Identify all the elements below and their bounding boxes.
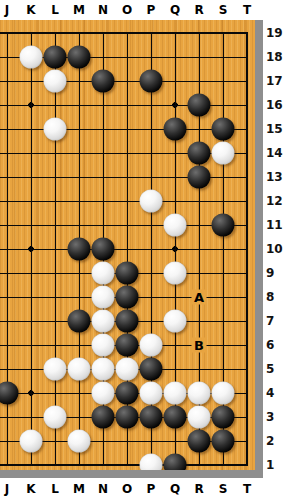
intersection-O9[interactable]: [115, 261, 139, 285]
column-label-top-S: S: [219, 3, 228, 17]
intersection-S18[interactable]: [211, 45, 235, 69]
intersection-R14[interactable]: [187, 141, 211, 165]
intersection-L12[interactable]: [43, 189, 67, 213]
column-label-bottom-N: N: [98, 482, 108, 496]
intersection-N10[interactable]: [91, 237, 115, 261]
intersection-K1[interactable]: [19, 453, 43, 470]
go-board[interactable]: AB: [0, 20, 255, 470]
intersection-L2[interactable]: [43, 429, 67, 453]
intersection-T10[interactable]: [235, 237, 255, 261]
intersection-K9[interactable]: [19, 261, 43, 285]
intersection-Q14[interactable]: [163, 141, 187, 165]
row-label-9: 9: [266, 266, 274, 280]
white-stone[interactable]: [164, 310, 187, 333]
white-stone[interactable]: [92, 358, 115, 381]
black-stone[interactable]: [92, 70, 115, 93]
intersection-K16[interactable]: [19, 93, 43, 117]
intersection-P12[interactable]: [139, 189, 163, 213]
column-label-bottom-O: O: [122, 482, 132, 496]
white-stone[interactable]: [68, 358, 91, 381]
intersection-K13[interactable]: [19, 165, 43, 189]
intersection-R18[interactable]: [187, 45, 211, 69]
black-stone[interactable]: [116, 286, 139, 309]
black-stone[interactable]: [0, 382, 19, 405]
intersection-P16[interactable]: [139, 93, 163, 117]
intersection-O8[interactable]: [115, 285, 139, 309]
intersection-M5[interactable]: [67, 357, 91, 381]
intersection-T18[interactable]: [235, 45, 255, 69]
column-label-top-L: L: [51, 3, 59, 17]
intersection-J6[interactable]: [0, 333, 19, 357]
intersection-O5[interactable]: [115, 357, 139, 381]
intersection-J18[interactable]: [0, 45, 19, 69]
intersection-N13[interactable]: [91, 165, 115, 189]
board-edge-right: [255, 20, 263, 478]
intersection-R3[interactable]: [187, 405, 211, 429]
white-stone[interactable]: [44, 118, 67, 141]
row-label-14: 14: [266, 146, 283, 160]
intersection-R15[interactable]: [187, 117, 211, 141]
intersection-S15[interactable]: [211, 117, 235, 141]
intersection-T13[interactable]: [235, 165, 255, 189]
intersection-Q5[interactable]: [163, 357, 187, 381]
intersection-N9[interactable]: [91, 261, 115, 285]
intersection-S3[interactable]: [211, 405, 235, 429]
intersection-L9[interactable]: [43, 261, 67, 285]
white-stone[interactable]: [92, 334, 115, 357]
intersection-Q2[interactable]: [163, 429, 187, 453]
intersection-S1[interactable]: [211, 453, 235, 470]
white-stone[interactable]: [212, 382, 235, 405]
intersection-J9[interactable]: [0, 261, 19, 285]
intersection-K3[interactable]: [19, 405, 43, 429]
intersection-S17[interactable]: [211, 69, 235, 93]
intersection-K18[interactable]: [19, 45, 43, 69]
intersection-R11[interactable]: [187, 213, 211, 237]
intersection-S4[interactable]: [211, 381, 235, 405]
intersection-S13[interactable]: [211, 165, 235, 189]
black-stone[interactable]: [140, 358, 163, 381]
column-label-bottom-M: M: [73, 482, 85, 496]
black-stone[interactable]: [92, 406, 115, 429]
intersection-K5[interactable]: [19, 357, 43, 381]
row-label-13: 13: [266, 170, 283, 184]
intersection-K15[interactable]: [19, 117, 43, 141]
intersection-L13[interactable]: [43, 165, 67, 189]
intersection-K12[interactable]: [19, 189, 43, 213]
intersection-P8[interactable]: [139, 285, 163, 309]
white-stone[interactable]: [92, 382, 115, 405]
intersection-S9[interactable]: [211, 261, 235, 285]
intersection-L16[interactable]: [43, 93, 67, 117]
intersection-J12[interactable]: [0, 189, 19, 213]
intersection-M3[interactable]: [67, 405, 91, 429]
white-stone[interactable]: [212, 142, 235, 165]
intersection-N15[interactable]: [91, 117, 115, 141]
intersection-M13[interactable]: [67, 165, 91, 189]
white-stone[interactable]: [44, 406, 67, 429]
column-label-bottom-J: J: [5, 482, 9, 496]
intersection-L19[interactable]: [43, 21, 67, 45]
intersection-L3[interactable]: [43, 405, 67, 429]
black-stone[interactable]: [116, 406, 139, 429]
intersection-Q19[interactable]: [163, 21, 187, 45]
intersection-M18[interactable]: [67, 45, 91, 69]
intersection-P19[interactable]: [139, 21, 163, 45]
intersection-P1[interactable]: [139, 453, 163, 470]
white-stone[interactable]: [116, 358, 139, 381]
intersection-Q15[interactable]: [163, 117, 187, 141]
intersection-S2[interactable]: [211, 429, 235, 453]
intersection-R13[interactable]: [187, 165, 211, 189]
intersection-S6[interactable]: [211, 333, 235, 357]
column-label-bottom-T: T: [243, 482, 251, 496]
intersection-O18[interactable]: [115, 45, 139, 69]
black-stone[interactable]: [116, 262, 139, 285]
intersection-P7[interactable]: [139, 309, 163, 333]
intersection-T5[interactable]: [235, 357, 255, 381]
intersection-O10[interactable]: [115, 237, 139, 261]
intersection-R19[interactable]: [187, 21, 211, 45]
intersection-P3[interactable]: [139, 405, 163, 429]
intersection-J3[interactable]: [0, 405, 19, 429]
white-stone[interactable]: [20, 430, 43, 453]
intersection-R2[interactable]: [187, 429, 211, 453]
row-label-18: 18: [266, 50, 283, 64]
intersection-T6[interactable]: [235, 333, 255, 357]
intersection-T1[interactable]: [235, 453, 255, 470]
intersection-N14[interactable]: [91, 141, 115, 165]
intersection-O12[interactable]: [115, 189, 139, 213]
intersection-N12[interactable]: [91, 189, 115, 213]
white-stone[interactable]: [68, 430, 91, 453]
intersection-L10[interactable]: [43, 237, 67, 261]
white-stone[interactable]: [140, 382, 163, 405]
intersection-N2[interactable]: [91, 429, 115, 453]
intersection-Q1[interactable]: [163, 453, 187, 470]
intersection-N6[interactable]: [91, 333, 115, 357]
intersection-S16[interactable]: [211, 93, 235, 117]
white-stone[interactable]: [164, 214, 187, 237]
intersection-O6[interactable]: [115, 333, 139, 357]
intersection-N19[interactable]: [91, 21, 115, 45]
intersection-K6[interactable]: [19, 333, 43, 357]
intersection-J2[interactable]: [0, 429, 19, 453]
top-coordinate-labels: JKLMNOPQRST: [0, 0, 284, 20]
intersection-O11[interactable]: [115, 213, 139, 237]
black-stone[interactable]: [92, 238, 115, 261]
intersection-N18[interactable]: [91, 45, 115, 69]
black-stone[interactable]: [116, 382, 139, 405]
intersection-M6[interactable]: [67, 333, 91, 357]
intersection-K8[interactable]: [19, 285, 43, 309]
intersection-L11[interactable]: [43, 213, 67, 237]
intersection-R17[interactable]: [187, 69, 211, 93]
intersection-J7[interactable]: [0, 309, 19, 333]
white-stone[interactable]: [140, 334, 163, 357]
intersection-O7[interactable]: [115, 309, 139, 333]
intersection-M17[interactable]: [67, 69, 91, 93]
intersection-S10[interactable]: [211, 237, 235, 261]
intersection-T15[interactable]: [235, 117, 255, 141]
intersection-T4[interactable]: [235, 381, 255, 405]
intersection-T8[interactable]: [235, 285, 255, 309]
column-label-top-P: P: [147, 3, 156, 17]
intersection-T11[interactable]: [235, 213, 255, 237]
intersection-Q10[interactable]: [163, 237, 187, 261]
intersection-L5[interactable]: [43, 357, 67, 381]
intersection-J4[interactable]: [0, 381, 19, 405]
black-stone[interactable]: [212, 118, 235, 141]
intersection-O14[interactable]: [115, 141, 139, 165]
intersection-N3[interactable]: [91, 405, 115, 429]
white-stone[interactable]: [44, 70, 67, 93]
intersection-O17[interactable]: [115, 69, 139, 93]
intersection-L8[interactable]: [43, 285, 67, 309]
black-stone[interactable]: [188, 94, 211, 117]
black-stone[interactable]: [188, 430, 211, 453]
intersection-M12[interactable]: [67, 189, 91, 213]
intersection-R5[interactable]: [187, 357, 211, 381]
bottom-coordinate-labels: JKLMNOPQRST: [0, 478, 284, 500]
intersection-O4[interactable]: [115, 381, 139, 405]
intersection-P4[interactable]: [139, 381, 163, 405]
intersection-N1[interactable]: [91, 453, 115, 470]
intersection-M8[interactable]: [67, 285, 91, 309]
intersection-J1[interactable]: [0, 453, 19, 470]
intersection-L18[interactable]: [43, 45, 67, 69]
intersection-Q17[interactable]: [163, 69, 187, 93]
intersection-O19[interactable]: [115, 21, 139, 45]
intersection-M7[interactable]: [67, 309, 91, 333]
intersection-Q13[interactable]: [163, 165, 187, 189]
intersection-T3[interactable]: [235, 405, 255, 429]
intersection-T14[interactable]: [235, 141, 255, 165]
row-label-6: 6: [266, 338, 274, 352]
intersection-P11[interactable]: [139, 213, 163, 237]
black-stone[interactable]: [68, 310, 91, 333]
intersection-J19[interactable]: [0, 21, 19, 45]
white-stone[interactable]: [20, 46, 43, 69]
column-label-bottom-K: K: [26, 482, 35, 496]
intersection-N5[interactable]: [91, 357, 115, 381]
black-stone[interactable]: [116, 310, 139, 333]
intersection-P13[interactable]: [139, 165, 163, 189]
column-label-bottom-S: S: [219, 482, 228, 496]
row-label-10: 10: [266, 242, 283, 256]
black-stone[interactable]: [140, 406, 163, 429]
intersection-T12[interactable]: [235, 189, 255, 213]
intersection-P14[interactable]: [139, 141, 163, 165]
black-stone[interactable]: [212, 214, 235, 237]
intersection-Q16[interactable]: [163, 93, 187, 117]
white-stone[interactable]: [188, 382, 211, 405]
black-stone[interactable]: [188, 142, 211, 165]
intersection-N8[interactable]: [91, 285, 115, 309]
intersection-M2[interactable]: [67, 429, 91, 453]
intersection-J8[interactable]: [0, 285, 19, 309]
intersection-K4[interactable]: [19, 381, 43, 405]
white-stone[interactable]: [140, 190, 163, 213]
column-label-top-J: J: [5, 3, 9, 17]
row-label-12: 12: [266, 194, 283, 208]
row-label-19: 19: [266, 26, 283, 40]
white-stone[interactable]: [92, 310, 115, 333]
black-stone[interactable]: [212, 406, 235, 429]
intersection-T9[interactable]: [235, 261, 255, 285]
black-stone[interactable]: [68, 46, 91, 69]
intersection-T16[interactable]: [235, 93, 255, 117]
board-grid: AB: [0, 21, 255, 470]
intersection-P18[interactable]: [139, 45, 163, 69]
intersection-J11[interactable]: [0, 213, 19, 237]
black-stone[interactable]: [140, 70, 163, 93]
intersection-T19[interactable]: [235, 21, 255, 45]
intersection-K14[interactable]: [19, 141, 43, 165]
black-stone[interactable]: [188, 166, 211, 189]
point-marker-b: B: [192, 338, 207, 353]
intersection-S8[interactable]: [211, 285, 235, 309]
intersection-K7[interactable]: [19, 309, 43, 333]
intersection-O15[interactable]: [115, 117, 139, 141]
intersection-R7[interactable]: [187, 309, 211, 333]
intersection-M1[interactable]: [67, 453, 91, 470]
intersection-Q3[interactable]: [163, 405, 187, 429]
intersection-S11[interactable]: [211, 213, 235, 237]
column-label-top-M: M: [73, 3, 85, 17]
intersection-K10[interactable]: [19, 237, 43, 261]
intersection-M4[interactable]: [67, 381, 91, 405]
intersection-J17[interactable]: [0, 69, 19, 93]
intersection-S7[interactable]: [211, 309, 235, 333]
intersection-Q11[interactable]: [163, 213, 187, 237]
intersection-Q4[interactable]: [163, 381, 187, 405]
white-stone[interactable]: [164, 262, 187, 285]
intersection-L7[interactable]: [43, 309, 67, 333]
intersection-J15[interactable]: [0, 117, 19, 141]
row-label-1: 1: [266, 458, 274, 472]
white-stone[interactable]: [164, 382, 187, 405]
white-stone[interactable]: [92, 262, 115, 285]
intersection-K19[interactable]: [19, 21, 43, 45]
intersection-N17[interactable]: [91, 69, 115, 93]
intersection-M15[interactable]: [67, 117, 91, 141]
black-stone[interactable]: [116, 334, 139, 357]
intersection-R8[interactable]: A: [187, 285, 211, 309]
intersection-Q18[interactable]: [163, 45, 187, 69]
intersection-R12[interactable]: [187, 189, 211, 213]
white-stone[interactable]: [140, 454, 163, 471]
column-label-bottom-P: P: [147, 482, 156, 496]
black-stone[interactable]: [212, 430, 235, 453]
intersection-L17[interactable]: [43, 69, 67, 93]
intersection-Q12[interactable]: [163, 189, 187, 213]
row-label-11: 11: [266, 218, 283, 232]
black-stone[interactable]: [164, 406, 187, 429]
intersection-Q9[interactable]: [163, 261, 187, 285]
intersection-R10[interactable]: [187, 237, 211, 261]
intersection-J10[interactable]: [0, 237, 19, 261]
intersection-P9[interactable]: [139, 261, 163, 285]
intersection-O2[interactable]: [115, 429, 139, 453]
intersection-N16[interactable]: [91, 93, 115, 117]
intersection-J16[interactable]: [0, 93, 19, 117]
intersection-O13[interactable]: [115, 165, 139, 189]
intersection-O1[interactable]: [115, 453, 139, 470]
row-label-16: 16: [266, 98, 283, 112]
intersection-Q6[interactable]: [163, 333, 187, 357]
intersection-S5[interactable]: [211, 357, 235, 381]
intersection-P15[interactable]: [139, 117, 163, 141]
intersection-P5[interactable]: [139, 357, 163, 381]
intersection-K11[interactable]: [19, 213, 43, 237]
column-label-top-R: R: [194, 3, 203, 17]
intersection-M14[interactable]: [67, 141, 91, 165]
white-stone[interactable]: [188, 406, 211, 429]
black-stone[interactable]: [164, 454, 187, 471]
intersection-P6[interactable]: [139, 333, 163, 357]
intersection-O16[interactable]: [115, 93, 139, 117]
intersection-S12[interactable]: [211, 189, 235, 213]
intersection-O3[interactable]: [115, 405, 139, 429]
intersection-M16[interactable]: [67, 93, 91, 117]
intersection-L1[interactable]: [43, 453, 67, 470]
intersection-K2[interactable]: [19, 429, 43, 453]
white-stone[interactable]: [92, 286, 115, 309]
intersection-M11[interactable]: [67, 213, 91, 237]
intersection-J5[interactable]: [0, 357, 19, 381]
intersection-M19[interactable]: [67, 21, 91, 45]
intersection-R1[interactable]: [187, 453, 211, 470]
white-stone[interactable]: [44, 358, 67, 381]
board-edge-bottom: [0, 470, 263, 478]
intersection-S14[interactable]: [211, 141, 235, 165]
intersection-L14[interactable]: [43, 141, 67, 165]
intersection-L15[interactable]: [43, 117, 67, 141]
intersection-P10[interactable]: [139, 237, 163, 261]
column-label-top-O: O: [122, 3, 132, 17]
black-stone[interactable]: [164, 118, 187, 141]
intersection-Q7[interactable]: [163, 309, 187, 333]
intersection-Q8[interactable]: [163, 285, 187, 309]
intersection-N11[interactable]: [91, 213, 115, 237]
intersection-R16[interactable]: [187, 93, 211, 117]
intersection-K17[interactable]: [19, 69, 43, 93]
intersection-P2[interactable]: [139, 429, 163, 453]
intersection-L4[interactable]: [43, 381, 67, 405]
intersection-N7[interactable]: [91, 309, 115, 333]
intersection-L6[interactable]: [43, 333, 67, 357]
intersection-R6[interactable]: B: [187, 333, 211, 357]
black-stone[interactable]: [44, 46, 67, 69]
intersection-M9[interactable]: [67, 261, 91, 285]
intersection-S19[interactable]: [211, 21, 235, 45]
column-label-top-N: N: [98, 3, 108, 17]
intersection-T17[interactable]: [235, 69, 255, 93]
intersection-M10[interactable]: [67, 237, 91, 261]
intersection-N4[interactable]: [91, 381, 115, 405]
row-label-2: 2: [266, 434, 274, 448]
intersection-P17[interactable]: [139, 69, 163, 93]
intersection-T2[interactable]: [235, 429, 255, 453]
intersection-R4[interactable]: [187, 381, 211, 405]
black-stone[interactable]: [68, 238, 91, 261]
column-label-bottom-L: L: [51, 482, 59, 496]
intersection-R9[interactable]: [187, 261, 211, 285]
intersection-T7[interactable]: [235, 309, 255, 333]
intersection-J13[interactable]: [0, 165, 19, 189]
intersection-J14[interactable]: [0, 141, 19, 165]
